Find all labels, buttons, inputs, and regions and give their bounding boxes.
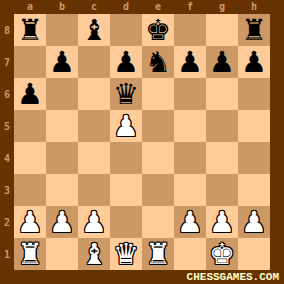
square-c3 bbox=[78, 174, 110, 206]
white-king-g1: ♚ bbox=[209, 240, 235, 269]
black-pawn-h7: ♟ bbox=[241, 48, 267, 77]
square-e3 bbox=[142, 174, 174, 206]
square-h2: ♟ bbox=[238, 206, 270, 238]
black-king-e8: ♚ bbox=[145, 16, 171, 45]
square-f3 bbox=[174, 174, 206, 206]
white-pawn-f2: ♟ bbox=[177, 208, 203, 237]
square-a2: ♟ bbox=[14, 206, 46, 238]
square-h6 bbox=[238, 78, 270, 110]
square-e2 bbox=[142, 206, 174, 238]
black-pawn-d7: ♟ bbox=[113, 48, 139, 77]
square-d8 bbox=[110, 14, 142, 46]
black-bishop-c8: ♝ bbox=[81, 16, 107, 45]
chessgames-watermark: CHESSGAMES.COM bbox=[187, 270, 279, 284]
square-a4 bbox=[14, 142, 46, 174]
file-label-h: h bbox=[238, 0, 270, 14]
square-a7 bbox=[14, 46, 46, 78]
square-d5: ♟ bbox=[110, 110, 142, 142]
square-h4 bbox=[238, 142, 270, 174]
square-d6: ♛ bbox=[110, 78, 142, 110]
file-label-b: b bbox=[46, 0, 78, 14]
square-b2: ♟ bbox=[46, 206, 78, 238]
square-e1: ♜ bbox=[142, 238, 174, 270]
square-h7: ♟ bbox=[238, 46, 270, 78]
white-pawn-b2: ♟ bbox=[49, 208, 75, 237]
file-label-d: d bbox=[110, 0, 142, 14]
square-d3 bbox=[110, 174, 142, 206]
square-d1: ♛ bbox=[110, 238, 142, 270]
square-a3 bbox=[14, 174, 46, 206]
white-rook-a1: ♜ bbox=[17, 240, 43, 269]
square-d7: ♟ bbox=[110, 46, 142, 78]
rank-label-3: 3 bbox=[0, 174, 14, 206]
rank-label-2: 2 bbox=[0, 206, 14, 238]
square-h8: ♜ bbox=[238, 14, 270, 46]
chess-board: ♜♝♚♜♟♟♞♟♟♟♟♛♟♟♟♟♟♟♟♜♝♛♜♚ bbox=[14, 14, 270, 270]
square-g1: ♚ bbox=[206, 238, 238, 270]
square-d4 bbox=[110, 142, 142, 174]
square-f8 bbox=[174, 14, 206, 46]
square-g5 bbox=[206, 110, 238, 142]
rank-label-6: 6 bbox=[0, 78, 14, 110]
square-g4 bbox=[206, 142, 238, 174]
black-pawn-a6: ♟ bbox=[17, 80, 43, 109]
square-h5 bbox=[238, 110, 270, 142]
square-c2: ♟ bbox=[78, 206, 110, 238]
square-c8: ♝ bbox=[78, 14, 110, 46]
square-f1 bbox=[174, 238, 206, 270]
square-f6 bbox=[174, 78, 206, 110]
square-a8: ♜ bbox=[14, 14, 46, 46]
square-e4 bbox=[142, 142, 174, 174]
white-bishop-c1: ♝ bbox=[81, 240, 107, 269]
square-g8 bbox=[206, 14, 238, 46]
black-knight-e7: ♞ bbox=[145, 48, 171, 77]
file-labels: abcdefgh bbox=[14, 0, 270, 14]
file-label-c: c bbox=[78, 0, 110, 14]
square-b1 bbox=[46, 238, 78, 270]
file-label-a: a bbox=[14, 0, 46, 14]
black-rook-a8: ♜ bbox=[17, 16, 43, 45]
white-rook-e1: ♜ bbox=[145, 240, 171, 269]
square-a5 bbox=[14, 110, 46, 142]
chessboard-frame: abcdefgh 87654321 ♜♝♚♜♟♟♞♟♟♟♟♛♟♟♟♟♟♟♟♜♝♛… bbox=[0, 0, 284, 284]
square-a6: ♟ bbox=[14, 78, 46, 110]
square-e6 bbox=[142, 78, 174, 110]
rank-label-5: 5 bbox=[0, 110, 14, 142]
white-pawn-d5: ♟ bbox=[113, 112, 139, 141]
black-queen-d6: ♛ bbox=[113, 80, 139, 109]
rank-label-4: 4 bbox=[0, 142, 14, 174]
square-f2: ♟ bbox=[174, 206, 206, 238]
square-b4 bbox=[46, 142, 78, 174]
square-f4 bbox=[174, 142, 206, 174]
square-e5 bbox=[142, 110, 174, 142]
file-label-f: f bbox=[174, 0, 206, 14]
rank-label-7: 7 bbox=[0, 46, 14, 78]
square-g6 bbox=[206, 78, 238, 110]
black-pawn-b7: ♟ bbox=[49, 48, 75, 77]
square-g3 bbox=[206, 174, 238, 206]
square-e8: ♚ bbox=[142, 14, 174, 46]
square-f7: ♟ bbox=[174, 46, 206, 78]
white-queen-d1: ♛ bbox=[113, 240, 139, 269]
white-pawn-a2: ♟ bbox=[17, 208, 43, 237]
square-h3 bbox=[238, 174, 270, 206]
square-b7: ♟ bbox=[46, 46, 78, 78]
square-c7 bbox=[78, 46, 110, 78]
white-pawn-h2: ♟ bbox=[241, 208, 267, 237]
file-label-e: e bbox=[142, 0, 174, 14]
square-a1: ♜ bbox=[14, 238, 46, 270]
square-g7: ♟ bbox=[206, 46, 238, 78]
rank-label-8: 8 bbox=[0, 14, 14, 46]
square-b6 bbox=[46, 78, 78, 110]
square-h1 bbox=[238, 238, 270, 270]
rank-labels: 87654321 bbox=[0, 14, 14, 270]
white-pawn-c2: ♟ bbox=[81, 208, 107, 237]
black-rook-h8: ♜ bbox=[241, 16, 267, 45]
square-f5 bbox=[174, 110, 206, 142]
rank-label-1: 1 bbox=[0, 238, 14, 270]
square-c6 bbox=[78, 78, 110, 110]
square-c1: ♝ bbox=[78, 238, 110, 270]
square-e7: ♞ bbox=[142, 46, 174, 78]
square-b8 bbox=[46, 14, 78, 46]
square-c5 bbox=[78, 110, 110, 142]
black-pawn-f7: ♟ bbox=[177, 48, 203, 77]
square-d2 bbox=[110, 206, 142, 238]
black-pawn-g7: ♟ bbox=[209, 48, 235, 77]
white-pawn-g2: ♟ bbox=[209, 208, 235, 237]
square-g2: ♟ bbox=[206, 206, 238, 238]
square-c4 bbox=[78, 142, 110, 174]
square-b5 bbox=[46, 110, 78, 142]
square-b3 bbox=[46, 174, 78, 206]
file-label-g: g bbox=[206, 0, 238, 14]
